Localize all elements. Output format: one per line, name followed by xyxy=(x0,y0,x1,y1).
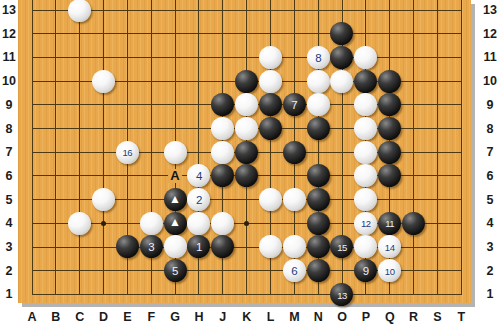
intersection-K7[interactable] xyxy=(235,140,259,164)
intersection-K5[interactable] xyxy=(235,188,259,212)
intersection-B9[interactable] xyxy=(44,93,68,117)
intersection-O11[interactable] xyxy=(330,46,354,70)
intersection-D5[interactable] xyxy=(92,188,116,212)
white-stone-P6[interactable] xyxy=(354,164,377,187)
intersection-B5[interactable] xyxy=(44,188,68,212)
intersection-D12[interactable] xyxy=(92,22,116,46)
intersection-D13[interactable] xyxy=(92,0,116,22)
intersection-N3[interactable] xyxy=(306,235,330,259)
black-stone-Q6[interactable] xyxy=(378,164,401,187)
intersection-H13[interactable] xyxy=(187,0,211,22)
black-stone-J9[interactable] xyxy=(211,93,234,116)
intersection-L1[interactable] xyxy=(259,282,283,306)
intersection-M1[interactable] xyxy=(282,282,306,306)
intersection-M7[interactable] xyxy=(282,140,306,164)
black-stone-G5[interactable]: ▲ xyxy=(164,188,187,211)
intersection-J6[interactable] xyxy=(211,164,235,188)
intersection-T13[interactable] xyxy=(449,0,473,22)
intersection-A7[interactable] xyxy=(20,140,44,164)
intersection-T11[interactable] xyxy=(449,46,473,70)
intersection-J1[interactable] xyxy=(211,282,235,306)
intersection-D1[interactable] xyxy=(92,282,116,306)
intersection-G7[interactable] xyxy=(163,140,187,164)
intersection-A4[interactable] xyxy=(20,211,44,235)
intersection-D2[interactable] xyxy=(92,259,116,283)
intersection-T10[interactable] xyxy=(449,69,473,93)
intersection-M9[interactable]: 7 xyxy=(282,93,306,117)
intersection-P11[interactable] xyxy=(354,46,378,70)
intersection-P9[interactable] xyxy=(354,93,378,117)
intersection-S9[interactable] xyxy=(425,93,449,117)
intersection-L4[interactable] xyxy=(259,211,283,235)
black-stone-N4[interactable] xyxy=(307,212,330,235)
intersection-G2[interactable]: 5 xyxy=(163,259,187,283)
intersection-D4[interactable] xyxy=(92,211,116,235)
intersection-Q8[interactable] xyxy=(378,117,402,141)
black-stone-O11[interactable] xyxy=(330,46,353,69)
black-stone-K6[interactable] xyxy=(235,164,258,187)
white-stone-L11[interactable] xyxy=(259,46,282,69)
intersection-R13[interactable] xyxy=(402,0,426,22)
intersection-E7[interactable]: 16 xyxy=(115,140,139,164)
intersection-A10[interactable] xyxy=(20,69,44,93)
intersection-L3[interactable] xyxy=(259,235,283,259)
intersection-Q12[interactable] xyxy=(378,22,402,46)
intersection-J9[interactable] xyxy=(211,93,235,117)
intersection-P5[interactable] xyxy=(354,188,378,212)
intersection-O13[interactable] xyxy=(330,0,354,22)
intersection-T8[interactable] xyxy=(449,117,473,141)
intersection-Q7[interactable] xyxy=(378,140,402,164)
black-stone-G4[interactable]: ▲ xyxy=(164,212,187,235)
intersection-Q11[interactable] xyxy=(378,46,402,70)
intersection-L11[interactable] xyxy=(259,46,283,70)
black-stone-Q10[interactable] xyxy=(378,70,401,93)
intersection-C1[interactable] xyxy=(68,282,92,306)
black-stone-N2[interactable] xyxy=(307,259,330,282)
black-stone-N8[interactable] xyxy=(307,117,330,140)
intersection-E4[interactable] xyxy=(115,211,139,235)
intersection-G4[interactable]: ▲ xyxy=(163,211,187,235)
intersection-M13[interactable] xyxy=(282,0,306,22)
intersection-T5[interactable] xyxy=(449,188,473,212)
intersection-J2[interactable] xyxy=(211,259,235,283)
white-stone-L3[interactable] xyxy=(259,235,282,258)
intersection-C2[interactable] xyxy=(68,259,92,283)
white-stone-C13[interactable] xyxy=(68,0,91,22)
intersection-L6[interactable] xyxy=(259,164,283,188)
intersection-J8[interactable] xyxy=(211,117,235,141)
white-stone-O10[interactable] xyxy=(330,70,353,93)
intersection-G13[interactable] xyxy=(163,0,187,22)
intersection-K12[interactable] xyxy=(235,22,259,46)
intersection-E11[interactable] xyxy=(115,46,139,70)
intersection-P6[interactable] xyxy=(354,164,378,188)
intersection-T1[interactable] xyxy=(449,282,473,306)
black-stone-Q4[interactable]: 11 xyxy=(378,212,401,235)
intersection-O7[interactable] xyxy=(330,140,354,164)
intersection-F11[interactable] xyxy=(139,46,163,70)
intersection-A8[interactable] xyxy=(20,117,44,141)
intersection-P1[interactable] xyxy=(354,282,378,306)
intersection-E12[interactable] xyxy=(115,22,139,46)
black-stone-O1[interactable]: 13 xyxy=(330,283,353,306)
intersection-F2[interactable] xyxy=(139,259,163,283)
intersection-J7[interactable] xyxy=(211,140,235,164)
intersection-A5[interactable] xyxy=(20,188,44,212)
intersection-G5[interactable]: ▲ xyxy=(163,188,187,212)
intersection-G12[interactable] xyxy=(163,22,187,46)
white-stone-H4[interactable] xyxy=(187,212,210,235)
intersection-C3[interactable] xyxy=(68,235,92,259)
intersection-T3[interactable] xyxy=(449,235,473,259)
intersection-M8[interactable] xyxy=(282,117,306,141)
intersection-K8[interactable] xyxy=(235,117,259,141)
intersection-K4[interactable] xyxy=(235,211,259,235)
intersection-T9[interactable] xyxy=(449,93,473,117)
intersection-J3[interactable] xyxy=(211,235,235,259)
intersection-O3[interactable]: 15 xyxy=(330,235,354,259)
intersection-Q10[interactable] xyxy=(378,69,402,93)
white-stone-G7[interactable] xyxy=(164,141,187,164)
intersection-C4[interactable] xyxy=(68,211,92,235)
black-stone-R4[interactable] xyxy=(402,212,425,235)
white-stone-D5[interactable] xyxy=(92,188,115,211)
intersection-E10[interactable] xyxy=(115,69,139,93)
intersection-G3[interactable] xyxy=(163,235,187,259)
intersection-S7[interactable] xyxy=(425,140,449,164)
intersection-C6[interactable] xyxy=(68,164,92,188)
intersection-B11[interactable] xyxy=(44,46,68,70)
intersection-H9[interactable] xyxy=(187,93,211,117)
intersection-G10[interactable] xyxy=(163,69,187,93)
white-stone-K9[interactable] xyxy=(235,93,258,116)
intersection-C5[interactable] xyxy=(68,188,92,212)
intersection-S8[interactable] xyxy=(425,117,449,141)
intersection-R4[interactable] xyxy=(402,211,426,235)
intersection-T6[interactable] xyxy=(449,164,473,188)
intersection-Q13[interactable] xyxy=(378,0,402,22)
intersection-E8[interactable] xyxy=(115,117,139,141)
intersection-R12[interactable] xyxy=(402,22,426,46)
intersection-D10[interactable] xyxy=(92,69,116,93)
intersection-S4[interactable] xyxy=(425,211,449,235)
white-stone-J4[interactable] xyxy=(211,212,234,235)
intersection-F1[interactable] xyxy=(139,282,163,306)
intersection-Q2[interactable]: 10 xyxy=(378,259,402,283)
intersection-K9[interactable] xyxy=(235,93,259,117)
intersection-S12[interactable] xyxy=(425,22,449,46)
intersection-S5[interactable] xyxy=(425,188,449,212)
intersection-O9[interactable] xyxy=(330,93,354,117)
intersection-D3[interactable] xyxy=(92,235,116,259)
intersection-S10[interactable] xyxy=(425,69,449,93)
intersection-H8[interactable] xyxy=(187,117,211,141)
intersection-R2[interactable] xyxy=(402,259,426,283)
intersection-N13[interactable] xyxy=(306,0,330,22)
black-stone-O12[interactable] xyxy=(330,22,353,45)
black-stone-Q9[interactable] xyxy=(378,93,401,116)
intersection-S3[interactable] xyxy=(425,235,449,259)
intersection-S1[interactable] xyxy=(425,282,449,306)
intersection-N8[interactable] xyxy=(306,117,330,141)
intersection-R9[interactable] xyxy=(402,93,426,117)
intersection-R6[interactable] xyxy=(402,164,426,188)
intersection-K13[interactable] xyxy=(235,0,259,22)
intersection-S6[interactable] xyxy=(425,164,449,188)
white-stone-Q3[interactable]: 14 xyxy=(378,235,401,258)
black-stone-E3[interactable] xyxy=(116,235,139,258)
white-stone-P11[interactable] xyxy=(354,46,377,69)
white-stone-M5[interactable] xyxy=(283,188,306,211)
intersection-F7[interactable] xyxy=(139,140,163,164)
intersection-K1[interactable] xyxy=(235,282,259,306)
intersection-P7[interactable] xyxy=(354,140,378,164)
intersection-R11[interactable] xyxy=(402,46,426,70)
intersection-B7[interactable] xyxy=(44,140,68,164)
intersection-K2[interactable] xyxy=(235,259,259,283)
intersection-J12[interactable] xyxy=(211,22,235,46)
intersection-F6[interactable] xyxy=(139,164,163,188)
intersection-R10[interactable] xyxy=(402,69,426,93)
intersection-R8[interactable] xyxy=(402,117,426,141)
intersection-R5[interactable] xyxy=(402,188,426,212)
intersection-M3[interactable] xyxy=(282,235,306,259)
intersection-G9[interactable] xyxy=(163,93,187,117)
intersection-O12[interactable] xyxy=(330,22,354,46)
intersection-M5[interactable] xyxy=(282,188,306,212)
intersection-O6[interactable] xyxy=(330,164,354,188)
intersection-F4[interactable] xyxy=(139,211,163,235)
intersection-F13[interactable] xyxy=(139,0,163,22)
intersection-G11[interactable] xyxy=(163,46,187,70)
intersection-O10[interactable] xyxy=(330,69,354,93)
black-stone-G2[interactable]: 5 xyxy=(164,259,187,282)
black-stone-Q7[interactable] xyxy=(378,141,401,164)
black-stone-P2[interactable]: 9 xyxy=(354,259,377,282)
white-stone-C4[interactable] xyxy=(68,212,91,235)
white-stone-D10[interactable] xyxy=(92,70,115,93)
intersection-L5[interactable] xyxy=(259,188,283,212)
intersection-A13[interactable] xyxy=(20,0,44,22)
black-stone-F3[interactable]: 3 xyxy=(140,235,163,258)
intersection-D9[interactable] xyxy=(92,93,116,117)
white-stone-K8[interactable] xyxy=(235,117,258,140)
intersection-N1[interactable] xyxy=(306,282,330,306)
intersection-N10[interactable] xyxy=(306,69,330,93)
intersection-H3[interactable]: 1 xyxy=(187,235,211,259)
intersection-F5[interactable] xyxy=(139,188,163,212)
white-stone-M3[interactable] xyxy=(283,235,306,258)
intersection-H1[interactable] xyxy=(187,282,211,306)
black-stone-M9[interactable]: 7 xyxy=(283,93,306,116)
intersection-A2[interactable] xyxy=(20,259,44,283)
intersection-R1[interactable] xyxy=(402,282,426,306)
intersection-Q3[interactable]: 14 xyxy=(378,235,402,259)
intersection-F3[interactable]: 3 xyxy=(139,235,163,259)
intersection-M4[interactable] xyxy=(282,211,306,235)
intersection-K11[interactable] xyxy=(235,46,259,70)
white-stone-P7[interactable] xyxy=(354,141,377,164)
intersection-C11[interactable] xyxy=(68,46,92,70)
white-stone-G3[interactable] xyxy=(164,235,187,258)
intersection-D8[interactable] xyxy=(92,117,116,141)
intersection-B2[interactable] xyxy=(44,259,68,283)
intersection-Q1[interactable] xyxy=(378,282,402,306)
white-stone-J7[interactable] xyxy=(211,141,234,164)
intersection-R7[interactable] xyxy=(402,140,426,164)
white-stone-E7[interactable]: 16 xyxy=(116,141,139,164)
black-stone-H3[interactable]: 1 xyxy=(187,235,210,258)
intersection-F9[interactable] xyxy=(139,93,163,117)
intersection-H2[interactable] xyxy=(187,259,211,283)
intersection-E13[interactable] xyxy=(115,0,139,22)
intersection-R3[interactable] xyxy=(402,235,426,259)
intersection-B12[interactable] xyxy=(44,22,68,46)
intersection-C13[interactable] xyxy=(68,0,92,22)
intersection-D11[interactable] xyxy=(92,46,116,70)
intersection-K6[interactable] xyxy=(235,164,259,188)
intersection-H6[interactable]: 4 xyxy=(187,164,211,188)
intersection-F10[interactable] xyxy=(139,69,163,93)
intersection-B8[interactable] xyxy=(44,117,68,141)
intersection-C12[interactable] xyxy=(68,22,92,46)
white-stone-N9[interactable] xyxy=(307,93,330,116)
black-stone-L9[interactable] xyxy=(259,93,282,116)
intersection-E2[interactable] xyxy=(115,259,139,283)
intersection-C9[interactable] xyxy=(68,93,92,117)
black-stone-Q8[interactable] xyxy=(378,117,401,140)
intersection-H5[interactable]: 2 xyxy=(187,188,211,212)
intersection-E3[interactable] xyxy=(115,235,139,259)
intersection-E1[interactable] xyxy=(115,282,139,306)
intersection-S11[interactable] xyxy=(425,46,449,70)
intersection-H4[interactable] xyxy=(187,211,211,235)
intersection-P2[interactable]: 9 xyxy=(354,259,378,283)
white-stone-N10[interactable] xyxy=(307,70,330,93)
intersection-N5[interactable] xyxy=(306,188,330,212)
intersection-P10[interactable] xyxy=(354,69,378,93)
white-stone-H6[interactable]: 4 xyxy=(187,164,210,187)
white-stone-H5[interactable]: 2 xyxy=(187,188,210,211)
intersection-K10[interactable] xyxy=(235,69,259,93)
intersection-P4[interactable]: 12 xyxy=(354,211,378,235)
intersection-O2[interactable] xyxy=(330,259,354,283)
white-stone-P3[interactable] xyxy=(354,235,377,258)
intersection-T2[interactable] xyxy=(449,259,473,283)
white-stone-J8[interactable] xyxy=(211,117,234,140)
intersection-B1[interactable] xyxy=(44,282,68,306)
intersection-C8[interactable] xyxy=(68,117,92,141)
intersection-H12[interactable] xyxy=(187,22,211,46)
intersection-N7[interactable] xyxy=(306,140,330,164)
white-stone-P5[interactable] xyxy=(354,188,377,211)
intersection-L7[interactable] xyxy=(259,140,283,164)
intersection-L2[interactable] xyxy=(259,259,283,283)
intersection-L12[interactable] xyxy=(259,22,283,46)
intersection-D7[interactable] xyxy=(92,140,116,164)
white-stone-P9[interactable] xyxy=(354,93,377,116)
intersection-P8[interactable] xyxy=(354,117,378,141)
black-stone-N3[interactable] xyxy=(307,235,330,258)
intersection-M11[interactable] xyxy=(282,46,306,70)
intersection-N12[interactable] xyxy=(306,22,330,46)
white-stone-L5[interactable] xyxy=(259,188,282,211)
intersection-H10[interactable] xyxy=(187,69,211,93)
intersection-N2[interactable] xyxy=(306,259,330,283)
intersection-A9[interactable] xyxy=(20,93,44,117)
intersection-B10[interactable] xyxy=(44,69,68,93)
intersection-A6[interactable] xyxy=(20,164,44,188)
white-stone-L10[interactable] xyxy=(259,70,282,93)
intersection-B13[interactable] xyxy=(44,0,68,22)
intersection-J4[interactable] xyxy=(211,211,235,235)
black-stone-J6[interactable] xyxy=(211,164,234,187)
intersection-C10[interactable] xyxy=(68,69,92,93)
go-board[interactable]: 8716A4▲2▲12113115145691013 xyxy=(18,0,471,303)
intersection-O5[interactable] xyxy=(330,188,354,212)
intersection-M10[interactable] xyxy=(282,69,306,93)
intersection-E6[interactable] xyxy=(115,164,139,188)
intersection-G1[interactable] xyxy=(163,282,187,306)
intersection-T12[interactable] xyxy=(449,22,473,46)
intersection-P3[interactable] xyxy=(354,235,378,259)
black-stone-K7[interactable] xyxy=(235,141,258,164)
intersection-G6[interactable]: A xyxy=(163,164,187,188)
intersection-B3[interactable] xyxy=(44,235,68,259)
intersection-N11[interactable]: 8 xyxy=(306,46,330,70)
intersection-E9[interactable] xyxy=(115,93,139,117)
intersection-B6[interactable] xyxy=(44,164,68,188)
intersection-A3[interactable] xyxy=(20,235,44,259)
intersection-J13[interactable] xyxy=(211,0,235,22)
intersection-P13[interactable] xyxy=(354,0,378,22)
black-stone-J3[interactable] xyxy=(211,235,234,258)
intersection-Q6[interactable] xyxy=(378,164,402,188)
intersection-M2[interactable]: 6 xyxy=(282,259,306,283)
black-stone-N5[interactable] xyxy=(307,188,330,211)
intersection-Q9[interactable] xyxy=(378,93,402,117)
intersection-J10[interactable] xyxy=(211,69,235,93)
black-stone-P10[interactable] xyxy=(354,70,377,93)
black-stone-K10[interactable] xyxy=(235,70,258,93)
intersection-O1[interactable]: 13 xyxy=(330,282,354,306)
intersection-S2[interactable] xyxy=(425,259,449,283)
intersection-T7[interactable] xyxy=(449,140,473,164)
white-stone-F4[interactable] xyxy=(140,212,163,235)
intersection-P12[interactable] xyxy=(354,22,378,46)
intersection-F8[interactable] xyxy=(139,117,163,141)
black-stone-L8[interactable] xyxy=(259,117,282,140)
intersection-T4[interactable] xyxy=(449,211,473,235)
intersection-Q4[interactable]: 11 xyxy=(378,211,402,235)
white-stone-Q2[interactable]: 10 xyxy=(378,259,401,282)
white-stone-P8[interactable] xyxy=(354,117,377,140)
intersection-L10[interactable] xyxy=(259,69,283,93)
intersection-L8[interactable] xyxy=(259,117,283,141)
intersection-M6[interactable] xyxy=(282,164,306,188)
intersection-F12[interactable] xyxy=(139,22,163,46)
intersection-N4[interactable] xyxy=(306,211,330,235)
black-stone-M7[interactable] xyxy=(283,141,306,164)
intersection-J11[interactable] xyxy=(211,46,235,70)
intersection-N9[interactable] xyxy=(306,93,330,117)
intersection-H7[interactable] xyxy=(187,140,211,164)
intersection-A1[interactable] xyxy=(20,282,44,306)
intersection-O4[interactable] xyxy=(330,211,354,235)
intersection-Q5[interactable] xyxy=(378,188,402,212)
intersection-D6[interactable] xyxy=(92,164,116,188)
